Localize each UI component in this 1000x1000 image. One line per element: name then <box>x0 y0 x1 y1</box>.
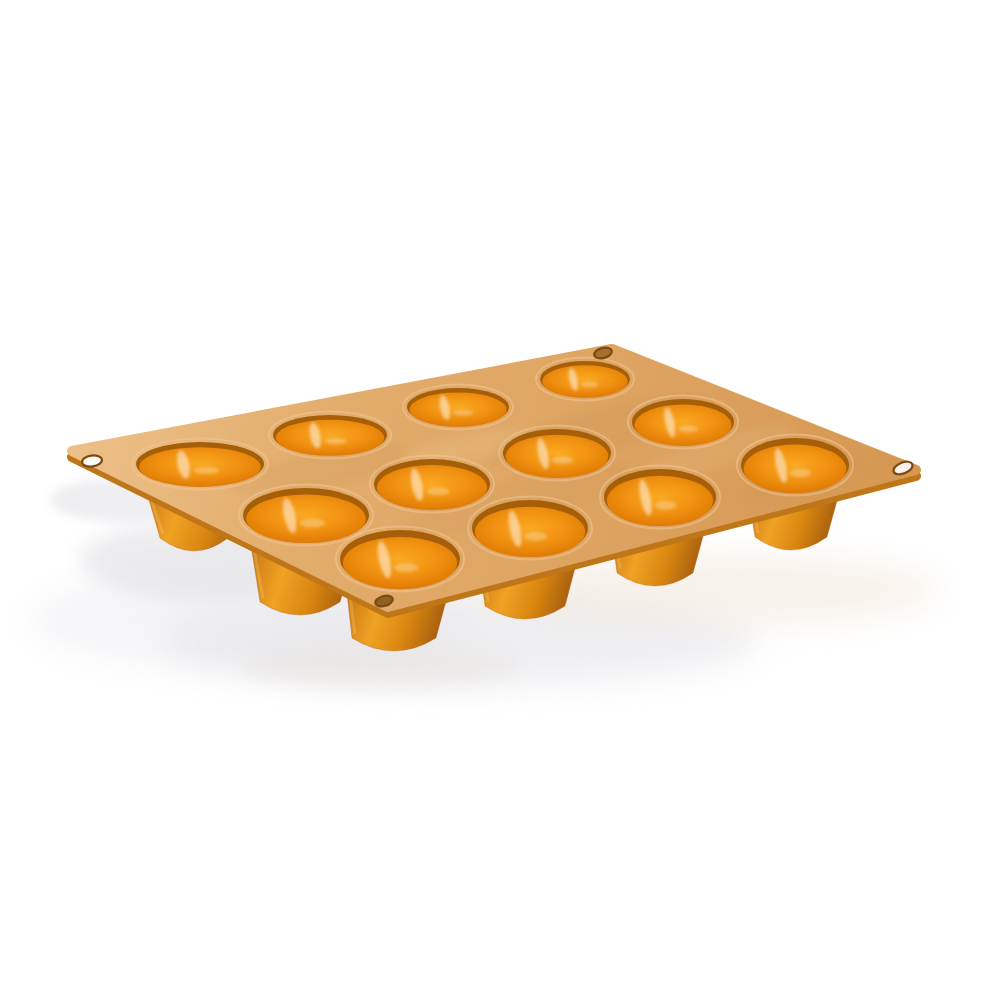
cup-glare <box>654 501 676 510</box>
muffin-mold-photo <box>0 0 1000 1000</box>
cup-opening-r1c1 <box>370 456 494 513</box>
cup-opening-r0c1 <box>269 412 391 459</box>
cup-cavity <box>343 537 457 589</box>
cup-opening-r2c0 <box>336 527 464 592</box>
cup-glare <box>324 438 347 444</box>
cup-glare <box>581 382 599 388</box>
cup-glare <box>678 425 698 432</box>
cup-cavity <box>246 494 366 543</box>
cup-opening-r1c3 <box>628 396 738 449</box>
cup-cavity <box>744 444 847 493</box>
cup-glare <box>426 488 449 496</box>
cup-glare <box>300 519 325 528</box>
cup-opening-r0c2 <box>403 385 513 430</box>
cup-opening-r0c3 <box>536 358 634 401</box>
cup-cavity <box>410 393 507 427</box>
cup-opening-r2c2 <box>600 466 720 529</box>
cup-cavity <box>635 405 732 446</box>
cup-cavity <box>506 435 609 478</box>
cup-cavity <box>377 465 487 510</box>
cup-glare <box>524 532 547 541</box>
cup-opening-r0c0 <box>132 439 268 490</box>
cup-glare <box>790 469 812 478</box>
cup-cavity <box>475 507 585 557</box>
cup-cavity <box>276 420 384 456</box>
cup-glare <box>552 456 574 464</box>
cup-cavity <box>607 476 713 526</box>
cup-opening-r2c3 <box>737 435 853 496</box>
cup-glare <box>194 467 220 474</box>
cup-cavity <box>139 447 261 487</box>
cup-opening-r1c2 <box>499 426 615 481</box>
cup-glare <box>394 563 418 572</box>
cup-cavity <box>542 365 628 397</box>
cup-opening-r2c1 <box>468 497 592 560</box>
cup-glare <box>453 410 473 416</box>
product-photo <box>0 0 1000 1000</box>
